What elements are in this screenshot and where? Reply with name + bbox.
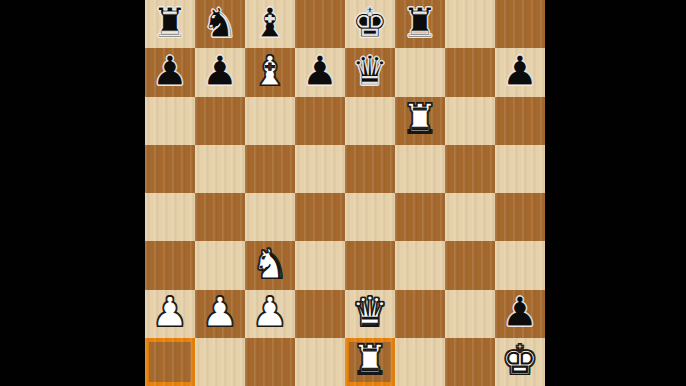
square-d2[interactable] xyxy=(295,290,345,338)
square-c6[interactable] xyxy=(245,97,295,145)
square-g8[interactable] xyxy=(445,0,495,48)
square-f8[interactable]: ♜ xyxy=(395,0,445,48)
piece-black-bishop: ♝ xyxy=(252,3,289,44)
square-f7[interactable] xyxy=(395,48,445,96)
piece-black-pawn: ♟ xyxy=(302,51,339,92)
square-c7[interactable]: ♝ xyxy=(245,48,295,96)
square-f2[interactable] xyxy=(395,290,445,338)
square-g6[interactable] xyxy=(445,97,495,145)
piece-black-pawn: ♟ xyxy=(202,51,239,92)
square-b4[interactable] xyxy=(195,193,245,241)
piece-white-pawn: ♟ xyxy=(152,292,189,333)
piece-black-king: ♚ xyxy=(352,3,389,44)
square-f3[interactable] xyxy=(395,241,445,289)
square-h1[interactable]: ♚ xyxy=(495,338,545,386)
piece-black-rook: ♜ xyxy=(152,3,189,44)
square-e2[interactable]: ♛ xyxy=(345,290,395,338)
square-h4[interactable] xyxy=(495,193,545,241)
square-b3[interactable] xyxy=(195,241,245,289)
square-a5[interactable] xyxy=(145,145,195,193)
square-a1[interactable] xyxy=(145,338,195,386)
square-f1[interactable] xyxy=(395,338,445,386)
square-h5[interactable] xyxy=(495,145,545,193)
square-d7[interactable]: ♟ xyxy=(295,48,345,96)
letterbox-left xyxy=(0,0,145,386)
square-e3[interactable] xyxy=(345,241,395,289)
square-g3[interactable] xyxy=(445,241,495,289)
square-h7[interactable]: ♟ xyxy=(495,48,545,96)
chess-board: ♜♞♝♚♜♟♟♝♟♛♟♜♞♟♟♟♛♟♜♚ xyxy=(145,0,545,386)
piece-black-pawn: ♟ xyxy=(502,51,539,92)
square-e6[interactable] xyxy=(345,97,395,145)
square-f5[interactable] xyxy=(395,145,445,193)
piece-white-king: ♚ xyxy=(502,340,539,381)
square-d6[interactable] xyxy=(295,97,345,145)
square-c5[interactable] xyxy=(245,145,295,193)
piece-white-rook: ♜ xyxy=(352,340,389,381)
square-c1[interactable] xyxy=(245,338,295,386)
square-d4[interactable] xyxy=(295,193,345,241)
square-h3[interactable] xyxy=(495,241,545,289)
square-a8[interactable]: ♜ xyxy=(145,0,195,48)
square-e8[interactable]: ♚ xyxy=(345,0,395,48)
piece-white-rook: ♜ xyxy=(402,99,439,140)
piece-white-knight: ♞ xyxy=(252,244,289,285)
square-a3[interactable] xyxy=(145,241,195,289)
square-b7[interactable]: ♟ xyxy=(195,48,245,96)
square-e5[interactable] xyxy=(345,145,395,193)
piece-white-pawn: ♟ xyxy=(202,292,239,333)
square-g2[interactable] xyxy=(445,290,495,338)
square-h6[interactable] xyxy=(495,97,545,145)
square-b8[interactable]: ♞ xyxy=(195,0,245,48)
video-frame: ♜♞♝♚♜♟♟♝♟♛♟♜♞♟♟♟♛♟♜♚ xyxy=(0,0,686,386)
piece-black-pawn: ♟ xyxy=(502,292,539,333)
square-e4[interactable] xyxy=(345,193,395,241)
square-g1[interactable] xyxy=(445,338,495,386)
square-a6[interactable] xyxy=(145,97,195,145)
square-a4[interactable] xyxy=(145,193,195,241)
square-b5[interactable] xyxy=(195,145,245,193)
square-c8[interactable]: ♝ xyxy=(245,0,295,48)
square-e7[interactable]: ♛ xyxy=(345,48,395,96)
piece-white-queen: ♛ xyxy=(352,292,389,333)
piece-white-bishop: ♝ xyxy=(252,51,289,92)
square-b1[interactable] xyxy=(195,338,245,386)
square-a2[interactable]: ♟ xyxy=(145,290,195,338)
square-f4[interactable] xyxy=(395,193,445,241)
piece-black-pawn: ♟ xyxy=(152,51,189,92)
square-c4[interactable] xyxy=(245,193,295,241)
square-d5[interactable] xyxy=(295,145,345,193)
square-e1[interactable]: ♜ xyxy=(345,338,395,386)
piece-black-knight: ♞ xyxy=(202,3,239,44)
square-b6[interactable] xyxy=(195,97,245,145)
square-h2[interactable]: ♟ xyxy=(495,290,545,338)
piece-black-queen: ♛ xyxy=(352,51,389,92)
square-h8[interactable] xyxy=(495,0,545,48)
square-c2[interactable]: ♟ xyxy=(245,290,295,338)
square-b2[interactable]: ♟ xyxy=(195,290,245,338)
square-d1[interactable] xyxy=(295,338,345,386)
letterbox-right xyxy=(545,0,686,386)
piece-black-rook: ♜ xyxy=(402,3,439,44)
square-c3[interactable]: ♞ xyxy=(245,241,295,289)
square-g5[interactable] xyxy=(445,145,495,193)
square-f6[interactable]: ♜ xyxy=(395,97,445,145)
square-d8[interactable] xyxy=(295,0,345,48)
piece-white-pawn: ♟ xyxy=(252,292,289,333)
square-a7[interactable]: ♟ xyxy=(145,48,195,96)
square-g4[interactable] xyxy=(445,193,495,241)
square-d3[interactable] xyxy=(295,241,345,289)
square-g7[interactable] xyxy=(445,48,495,96)
